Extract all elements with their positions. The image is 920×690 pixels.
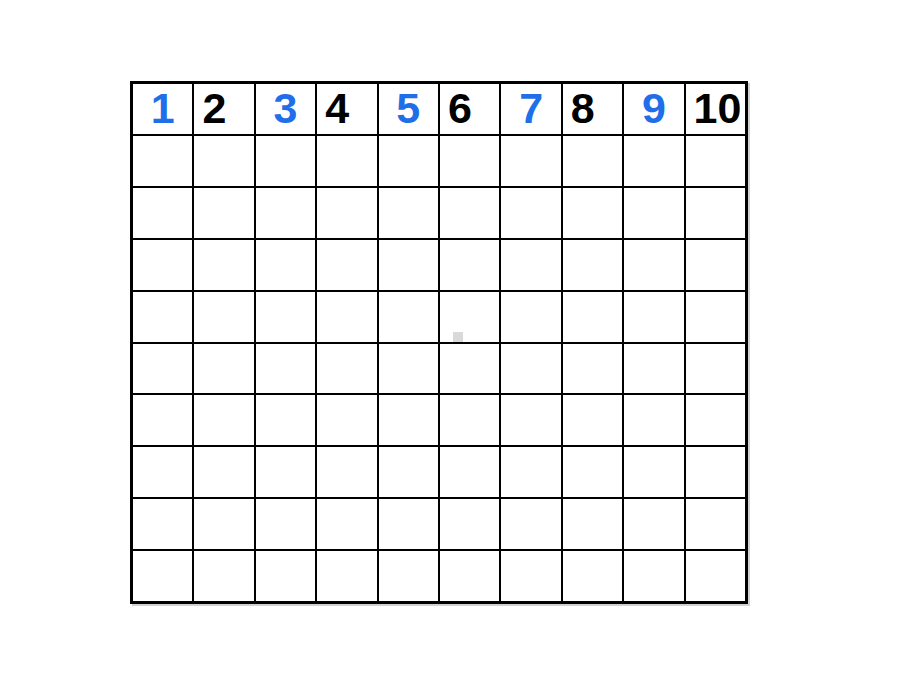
- grid-cell-r9-c4: [317, 499, 376, 549]
- grid-cell-r6-c7: [501, 344, 560, 394]
- grid-cell-r5-c2: [194, 292, 253, 342]
- grid-cell-r4-c4: [317, 240, 376, 290]
- grid-cell-r9-c9: [624, 499, 683, 549]
- grid-cell-r7-c2: [194, 395, 253, 445]
- grid-cell-r9-c5: [379, 499, 438, 549]
- grid-cell-r3-c7: [501, 188, 560, 238]
- grid-cell-r3-c2: [194, 188, 253, 238]
- grid-cell-r4-c7: [501, 240, 560, 290]
- grid-cell-r7-c5: [379, 395, 438, 445]
- grid-cell-r8-c4: [317, 447, 376, 497]
- grid-cell-r9-c8: [563, 499, 622, 549]
- grid-cell-r8-c6: [440, 447, 499, 497]
- grid-cell-r3-c5: [379, 188, 438, 238]
- grid-cell-r4-c8: [563, 240, 622, 290]
- grid-cell-r2-c5: [379, 136, 438, 186]
- grid-cell-r10-c6: [440, 551, 499, 601]
- header-number-2: 2: [194, 84, 253, 134]
- grid-cell-r10-c4: [317, 551, 376, 601]
- grid-cell-r8-c2: [194, 447, 253, 497]
- grid-cell-r10-c3: [256, 551, 315, 601]
- grid-cell-r6-c1: [133, 344, 192, 394]
- grid-cell-r4-c1: [133, 240, 192, 290]
- grid-cell-r10-c7: [501, 551, 560, 601]
- grid-cell-r2-c9: [624, 136, 683, 186]
- grid-cell-r5-c10: [686, 292, 745, 342]
- grid-cell-r5-c3: [256, 292, 315, 342]
- grid-cell-r3-c6: [440, 188, 499, 238]
- grid-cell-r2-c1: [133, 136, 192, 186]
- grid-cell-r3-c9: [624, 188, 683, 238]
- header-number-1: 1: [133, 84, 192, 134]
- grid-cell-r10-c8: [563, 551, 622, 601]
- grid-cell-r2-c10: [686, 136, 745, 186]
- grid-cell-r4-c9: [624, 240, 683, 290]
- grid-cell-r8-c3: [256, 447, 315, 497]
- grid-cell-r4-c2: [194, 240, 253, 290]
- grid-cell-r4-c10: [686, 240, 745, 290]
- header-number-9: 9: [624, 84, 683, 134]
- grid-cell-r6-c2: [194, 344, 253, 394]
- grid-cell-r3-c10: [686, 188, 745, 238]
- header-number-7: 7: [501, 84, 560, 134]
- grid-cell-r8-c8: [563, 447, 622, 497]
- grid-cell-r9-c6: [440, 499, 499, 549]
- grid-cell-r8-c10: [686, 447, 745, 497]
- grid-cell-r9-c2: [194, 499, 253, 549]
- grid-cell-r6-c10: [686, 344, 745, 394]
- grid-cell-r5-c5: [379, 292, 438, 342]
- grid-cell-r6-c8: [563, 344, 622, 394]
- grid-cell-r2-c4: [317, 136, 376, 186]
- grid-cell-r5-c6: [440, 292, 499, 342]
- grid-cell-r5-c8: [563, 292, 622, 342]
- grid-cell-r10-c9: [624, 551, 683, 601]
- grid-cell-r2-c2: [194, 136, 253, 186]
- grid-cell-r5-c1: [133, 292, 192, 342]
- header-number-6: 6: [440, 84, 499, 134]
- grid-cell-r2-c3: [256, 136, 315, 186]
- grid-cell-r9-c3: [256, 499, 315, 549]
- header-number-10: 10: [686, 84, 745, 134]
- grid-cell-r7-c8: [563, 395, 622, 445]
- center-placeholder-artifact: [453, 332, 463, 342]
- grid-cell-r3-c1: [133, 188, 192, 238]
- grid-cell-r10-c2: [194, 551, 253, 601]
- grid-cell-r7-c1: [133, 395, 192, 445]
- grid-cell-r5-c9: [624, 292, 683, 342]
- grid-cell-r5-c7: [501, 292, 560, 342]
- grid-cell-r9-c1: [133, 499, 192, 549]
- grid-cell-r6-c3: [256, 344, 315, 394]
- grid-cell-r8-c9: [624, 447, 683, 497]
- grid-cell-r7-c4: [317, 395, 376, 445]
- grid-cell-r7-c7: [501, 395, 560, 445]
- grid-cell-r3-c3: [256, 188, 315, 238]
- grid-cell-r2-c6: [440, 136, 499, 186]
- grid-cell-r4-c6: [440, 240, 499, 290]
- grid-cell-r3-c4: [317, 188, 376, 238]
- grid-cell-r2-c8: [563, 136, 622, 186]
- header-number-8: 8: [563, 84, 622, 134]
- grid-cell-r2-c7: [501, 136, 560, 186]
- grid-cell-r6-c4: [317, 344, 376, 394]
- grid-cell-r3-c8: [563, 188, 622, 238]
- grid-cell-r8-c5: [379, 447, 438, 497]
- grid-cell-r5-c4: [317, 292, 376, 342]
- header-number-5: 5: [379, 84, 438, 134]
- grid-cell-r8-c7: [501, 447, 560, 497]
- grid-cell-r10-c1: [133, 551, 192, 601]
- grid-cell-r6-c9: [624, 344, 683, 394]
- grid-cell-r8-c1: [133, 447, 192, 497]
- grid-cell-r9-c10: [686, 499, 745, 549]
- grid-cell-r6-c5: [379, 344, 438, 394]
- grid-cell-r7-c3: [256, 395, 315, 445]
- grid-cell-r6-c6: [440, 344, 499, 394]
- header-number-4: 4: [317, 84, 376, 134]
- grid-cell-r4-c3: [256, 240, 315, 290]
- grid-cell-r4-c5: [379, 240, 438, 290]
- grid-cell-r10-c5: [379, 551, 438, 601]
- grid-cell-r9-c7: [501, 499, 560, 549]
- grid-cell-r7-c6: [440, 395, 499, 445]
- grid-cell-r7-c10: [686, 395, 745, 445]
- number-grid-board: 12345678910: [130, 81, 748, 604]
- grid-cell-r10-c10: [686, 551, 745, 601]
- header-number-3: 3: [256, 84, 315, 134]
- grid-cell-r7-c9: [624, 395, 683, 445]
